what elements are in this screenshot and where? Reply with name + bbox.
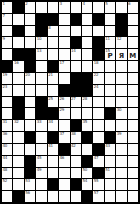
cell-r5c12[interactable]: М: [128, 49, 138, 60]
cell-r6c9[interactable]: 18: [93, 61, 103, 72]
block-cell-r4c7: [71, 37, 81, 48]
cell-r4c10[interactable]: 11: [105, 37, 115, 48]
cell-r1c9[interactable]: [93, 2, 103, 13]
block-cell-r15c9: [93, 168, 103, 179]
clue-number: 32: [14, 120, 19, 124]
cell-r5c4[interactable]: 13: [36, 49, 46, 60]
cell-r17c5[interactable]: [48, 191, 58, 202]
cell-r4c11[interactable]: 12: [116, 37, 126, 48]
cell-r11c9[interactable]: [93, 120, 103, 131]
cell-r12c6[interactable]: 37: [59, 132, 69, 143]
cell-r12c1[interactable]: 36: [2, 132, 12, 143]
cell-r2c8[interactable]: [82, 14, 92, 25]
block-cell-r12c8: [82, 132, 92, 143]
cell-r8c1[interactable]: 23: [2, 85, 12, 96]
cell-r11c4[interactable]: 33: [36, 120, 46, 131]
clue-number: 48: [3, 168, 8, 172]
cell-r14c10[interactable]: [105, 156, 115, 167]
block-cell-r15c3: [25, 168, 35, 179]
cell-r13c3[interactable]: [25, 144, 35, 155]
cell-r4c4[interactable]: 10: [36, 37, 46, 48]
block-cell-r8c7: [71, 85, 81, 96]
clue-number: 21: [48, 73, 53, 77]
cell-r6c10[interactable]: [105, 61, 115, 72]
clue-number: 24: [94, 85, 99, 89]
cell-r11c1[interactable]: 31: [2, 120, 12, 131]
clue-number: 25: [48, 97, 53, 101]
cell-r11c10[interactable]: [105, 120, 115, 131]
cell-r4c5[interactable]: [48, 37, 58, 48]
cell-r10c6[interactable]: 29: [59, 108, 69, 119]
cell-r7c5[interactable]: 21: [48, 73, 58, 84]
cell-r16c10[interactable]: [105, 179, 115, 190]
clue-number: 19: [3, 73, 8, 77]
cell-r3c7[interactable]: [71, 26, 81, 37]
cell-r15c2[interactable]: [13, 168, 23, 179]
cell-r7c4[interactable]: [36, 73, 46, 84]
cell-r11c6[interactable]: [59, 120, 69, 131]
cell-r9c8[interactable]: 28: [82, 97, 92, 108]
clue-number: 1: [3, 2, 5, 6]
cell-r10c12[interactable]: [128, 108, 138, 119]
clue-number: 5: [105, 2, 107, 6]
cell-r3c9[interactable]: [93, 26, 103, 37]
clue-number: 55: [94, 179, 99, 183]
cell-r1c10[interactable]: 5: [105, 2, 115, 13]
block-cell-r11c7: [71, 120, 81, 131]
cell-r2c12[interactable]: [128, 14, 138, 25]
cell-r14c5[interactable]: [48, 156, 58, 167]
cell-r12c11[interactable]: 39: [116, 132, 126, 143]
cell-r5c8[interactable]: [82, 49, 92, 60]
cell-r3c6[interactable]: [59, 26, 69, 37]
cell-r5c11[interactable]: Я: [116, 49, 126, 60]
cell-r13c7[interactable]: 42: [71, 144, 81, 155]
cell-r13c12[interactable]: [128, 144, 138, 155]
cell-r5c7[interactable]: 14: [71, 49, 81, 60]
clue-number: 7: [3, 14, 5, 18]
cell-r5c6[interactable]: [59, 49, 69, 60]
clue-number: 52: [3, 179, 8, 183]
cell-r1c11[interactable]: [116, 2, 126, 13]
clue-number: 4: [82, 2, 84, 6]
cell-r2c1[interactable]: 7: [2, 14, 12, 25]
cell-r8c10[interactable]: [105, 85, 115, 96]
block-cell-r5c2: [13, 49, 23, 60]
cell-r16c9[interactable]: 55: [93, 179, 103, 190]
cell-r7c6[interactable]: [59, 73, 69, 84]
block-cell-r13c6: [59, 144, 69, 155]
block-cell-r5c3: [25, 49, 35, 60]
cell-r12c12[interactable]: [128, 132, 138, 143]
block-cell-r12c10: [105, 132, 115, 143]
cell-r12c2[interactable]: [13, 132, 23, 143]
block-cell-r8c8: [82, 85, 92, 96]
clue-number: 29: [60, 108, 65, 112]
cell-r10c9[interactable]: [93, 108, 103, 119]
cell-r12c4[interactable]: [36, 132, 46, 143]
cell-r15c6[interactable]: [59, 168, 69, 179]
cell-r10c3[interactable]: [25, 108, 35, 119]
cell-r6c12[interactable]: [128, 61, 138, 72]
cell-r16c11[interactable]: [116, 179, 126, 190]
cell-r14c2[interactable]: [13, 156, 23, 167]
entered-letter: Р: [105, 49, 115, 60]
clue-number: 47: [94, 156, 99, 160]
cell-r14c4[interactable]: 45: [36, 156, 46, 167]
cell-r6c8[interactable]: [82, 61, 92, 72]
block-cell-r6c3: [25, 61, 35, 72]
cell-r10c1[interactable]: [2, 108, 12, 119]
cell-r7c10[interactable]: [105, 73, 115, 84]
cell-r1c5[interactable]: [48, 2, 58, 13]
cell-r7c3[interactable]: 20: [25, 73, 35, 84]
cell-r3c1[interactable]: [2, 26, 12, 37]
cell-r13c11[interactable]: [116, 144, 126, 155]
cell-r3c10[interactable]: [105, 26, 115, 37]
block-cell-r2c4: [36, 14, 46, 25]
cell-r1c8[interactable]: 4: [82, 2, 92, 13]
clue-number: 8: [48, 26, 50, 30]
clue-number: 9: [3, 37, 5, 41]
clue-number: 28: [82, 97, 87, 101]
cell-r9c5[interactable]: 25: [48, 97, 58, 108]
cell-r13c8[interactable]: [82, 144, 92, 155]
cell-r11c8[interactable]: 35: [82, 120, 92, 131]
block-cell-r7c8: [82, 73, 92, 84]
cell-r8c3[interactable]: [25, 85, 35, 96]
block-cell-r17c8: [82, 191, 92, 202]
cell-r15c1[interactable]: 48: [2, 168, 12, 179]
cell-r7c2[interactable]: [13, 73, 23, 84]
cell-r17c9[interactable]: 57: [93, 191, 103, 202]
cell-r7c12[interactable]: [128, 73, 138, 84]
cell-r6c6[interactable]: 17: [59, 61, 69, 72]
cell-r17c4[interactable]: [36, 191, 46, 202]
clue-number: 39: [117, 132, 122, 136]
clue-number: 56: [25, 191, 30, 195]
block-cell-r9c2: [13, 97, 23, 108]
block-cell-r3c2: [13, 26, 23, 37]
cell-r3c8[interactable]: [82, 26, 92, 37]
clue-number: 31: [3, 120, 8, 124]
cell-r12c7[interactable]: 38: [71, 132, 81, 143]
cell-r10c8[interactable]: [82, 108, 92, 119]
cell-r8c5[interactable]: [48, 85, 58, 96]
block-cell-r2c11: [116, 14, 126, 25]
cell-r17c3[interactable]: 56: [25, 191, 35, 202]
block-cell-r3c11: [116, 26, 126, 37]
cell-r16c3[interactable]: 53: [25, 179, 35, 190]
cell-r1c7[interactable]: [71, 2, 81, 13]
cell-r17c6[interactable]: [59, 191, 69, 202]
clue-number: 50: [82, 168, 87, 172]
cell-r13c10[interactable]: 43: [105, 144, 115, 155]
clue-number: 22: [94, 73, 99, 77]
cell-r9c7[interactable]: 27: [71, 97, 81, 108]
cell-r6c4[interactable]: [36, 61, 46, 72]
cell-r16c12[interactable]: [128, 179, 138, 190]
clue-number: 23: [3, 85, 8, 89]
block-cell-r14c3: [25, 156, 35, 167]
clue-number: 53: [25, 179, 30, 183]
cell-r6c2[interactable]: 16: [13, 61, 23, 72]
block-cell-r10c10: [105, 108, 115, 119]
clue-number: 36: [3, 132, 8, 136]
cell-r2c3[interactable]: [25, 14, 35, 25]
cell-r13c4[interactable]: [36, 144, 46, 155]
cell-r2c10[interactable]: [105, 14, 115, 25]
cell-r13c5[interactable]: 41: [48, 144, 58, 155]
cell-r9c12[interactable]: [128, 97, 138, 108]
block-cell-r10c2: [13, 108, 23, 119]
cell-r6c7[interactable]: [71, 61, 81, 72]
cell-r4c6[interactable]: [59, 37, 69, 48]
cell-r8c9[interactable]: 24: [93, 85, 103, 96]
cell-r14c11[interactable]: [116, 156, 126, 167]
clue-number: 54: [82, 179, 87, 183]
clue-number: 3: [60, 2, 62, 6]
cell-r8c11[interactable]: [116, 85, 126, 96]
cell-r15c11[interactable]: [116, 168, 126, 179]
clue-number: 41: [48, 144, 53, 148]
clue-number: 20: [25, 73, 30, 77]
clue-number: 40: [3, 144, 8, 148]
cell-r7c11[interactable]: [116, 73, 126, 84]
cell-r14c6[interactable]: 46: [59, 156, 69, 167]
block-cell-r6c1: [2, 61, 12, 72]
cell-r11c11[interactable]: [116, 120, 126, 131]
block-cell-r7c7: [71, 73, 81, 84]
block-cell-r8c6: [59, 85, 69, 96]
clue-number: 34: [48, 120, 53, 124]
clue-number: 10: [37, 37, 42, 41]
clue-number: 17: [60, 61, 65, 65]
block-cell-r5c9: [93, 49, 103, 60]
crossword-board: 123456789101112131415РЯМ1617181920212223…: [0, 0, 140, 204]
cell-r7c9[interactable]: 22: [93, 73, 103, 84]
cell-r16c6[interactable]: [59, 179, 69, 190]
clue-number: 45: [37, 156, 42, 160]
cell-r13c1[interactable]: 40: [2, 144, 12, 155]
clue-number: 43: [105, 144, 110, 148]
cell-r17c12[interactable]: [128, 191, 138, 202]
block-cell-r6c5: [48, 61, 58, 72]
cell-r15c4[interactable]: 49: [36, 168, 46, 179]
cell-r15c10[interactable]: 51: [105, 168, 115, 179]
cell-r15c5[interactable]: [48, 168, 58, 179]
cell-r3c12[interactable]: [128, 26, 138, 37]
block-cell-r16c5: [48, 179, 58, 190]
block-cell-r12c5: [48, 132, 58, 143]
cell-r13c2[interactable]: [13, 144, 23, 155]
clue-number: 42: [71, 144, 76, 148]
cell-r3c5[interactable]: 8: [48, 26, 58, 37]
cell-r16c4[interactable]: [36, 179, 46, 190]
cell-r2c6[interactable]: [59, 14, 69, 25]
cell-r4c12[interactable]: [128, 37, 138, 48]
cell-r9c10[interactable]: [105, 97, 115, 108]
clue-number: 18: [94, 61, 99, 65]
entered-letter: Я: [116, 49, 126, 60]
cell-r5c5[interactable]: [48, 49, 58, 60]
cell-r3c3[interactable]: [25, 26, 35, 37]
clue-number: 44: [3, 156, 8, 160]
cell-r17c1[interactable]: [2, 191, 12, 202]
block-cell-r2c7: [71, 14, 81, 25]
cell-r14c9[interactable]: 47: [93, 156, 103, 167]
cell-r11c12[interactable]: [128, 120, 138, 131]
clue-number: 12: [117, 37, 122, 41]
cell-r17c7[interactable]: [71, 191, 81, 202]
cell-r2c2[interactable]: [13, 14, 23, 25]
cell-r11c3[interactable]: [25, 120, 35, 131]
clue-number: 11: [105, 37, 110, 41]
cell-r15c8[interactable]: 50: [82, 168, 92, 179]
cell-r16c8[interactable]: 54: [82, 179, 92, 190]
cell-r10c11[interactable]: 30: [116, 108, 126, 119]
cell-r9c1[interactable]: [2, 97, 12, 108]
clue-number: 37: [60, 132, 65, 136]
cell-r5c1[interactable]: [2, 49, 12, 60]
block-cell-r14c8: [82, 156, 92, 167]
clue-number: 16: [14, 61, 19, 65]
cell-r15c7[interactable]: [71, 168, 81, 179]
cell-r10c7[interactable]: [71, 108, 81, 119]
cell-r9c6[interactable]: 26: [59, 97, 69, 108]
cell-r8c4[interactable]: [36, 85, 46, 96]
clue-number: 57: [94, 191, 99, 195]
cell-r4c3[interactable]: [25, 37, 35, 48]
cell-r7c1[interactable]: 19: [2, 73, 12, 84]
cell-r16c2[interactable]: [13, 179, 23, 190]
cell-r11c2[interactable]: 32: [13, 120, 23, 131]
cell-r1c1[interactable]: 1: [2, 2, 12, 13]
clue-number: 27: [71, 97, 76, 101]
clue-number: 2: [25, 2, 27, 6]
clue-number: 13: [37, 49, 42, 53]
entered-letter: М: [128, 49, 138, 60]
cell-r9c3[interactable]: [25, 97, 35, 108]
cell-r4c8[interactable]: [82, 37, 92, 48]
cell-r15c12[interactable]: [128, 168, 138, 179]
clue-number: 26: [60, 97, 65, 101]
cell-r17c11[interactable]: [116, 191, 126, 202]
block-cell-r2c9: [93, 14, 103, 25]
cell-r1c12[interactable]: 6: [128, 2, 138, 13]
cell-r11c5[interactable]: 34: [48, 120, 58, 131]
cell-r8c2[interactable]: [13, 85, 23, 96]
cell-r14c1[interactable]: 44: [2, 156, 12, 167]
block-cell-r9c4: [36, 97, 46, 108]
cell-r17c10[interactable]: [105, 191, 115, 202]
cell-r16c1[interactable]: 52: [2, 179, 12, 190]
cell-r1c4[interactable]: [36, 2, 46, 13]
cell-r14c12[interactable]: [128, 156, 138, 167]
clue-number: 49: [37, 168, 42, 172]
clue-number: 14: [71, 49, 76, 53]
clue-number: 38: [71, 132, 76, 136]
cell-r14c7[interactable]: [71, 156, 81, 167]
block-cell-r17c2: [13, 191, 23, 202]
clue-number: 46: [60, 156, 65, 160]
block-cell-r10c4: [36, 108, 46, 119]
clue-number: 30: [117, 108, 122, 112]
cell-r6c11[interactable]: [116, 61, 126, 72]
cell-r4c1[interactable]: 9: [2, 37, 12, 48]
block-cell-r12c3: [25, 132, 35, 143]
clue-number: 33: [37, 120, 42, 124]
block-cell-r3c4: [36, 26, 46, 37]
cell-r1c3[interactable]: 2: [25, 2, 35, 13]
block-cell-r1c2: [13, 2, 23, 13]
clue-number: 6: [128, 2, 130, 6]
cell-r5c10[interactable]: 15Р: [105, 49, 115, 60]
cell-r1c6[interactable]: 3: [59, 2, 69, 13]
cell-r12c9[interactable]: [93, 132, 103, 143]
cell-r9c11[interactable]: [116, 97, 126, 108]
block-cell-r16c7: [71, 179, 81, 190]
block-cell-r13c9: [93, 144, 103, 155]
clue-number: 51: [105, 168, 110, 172]
block-cell-r4c9: [93, 37, 103, 48]
cell-r8c12[interactable]: [128, 85, 138, 96]
block-cell-r10c5: [48, 108, 58, 119]
clue-number: 35: [82, 120, 87, 124]
cell-r4c2[interactable]: [13, 37, 23, 48]
block-cell-r2c5: [48, 14, 58, 25]
cell-r9c9[interactable]: [93, 97, 103, 108]
